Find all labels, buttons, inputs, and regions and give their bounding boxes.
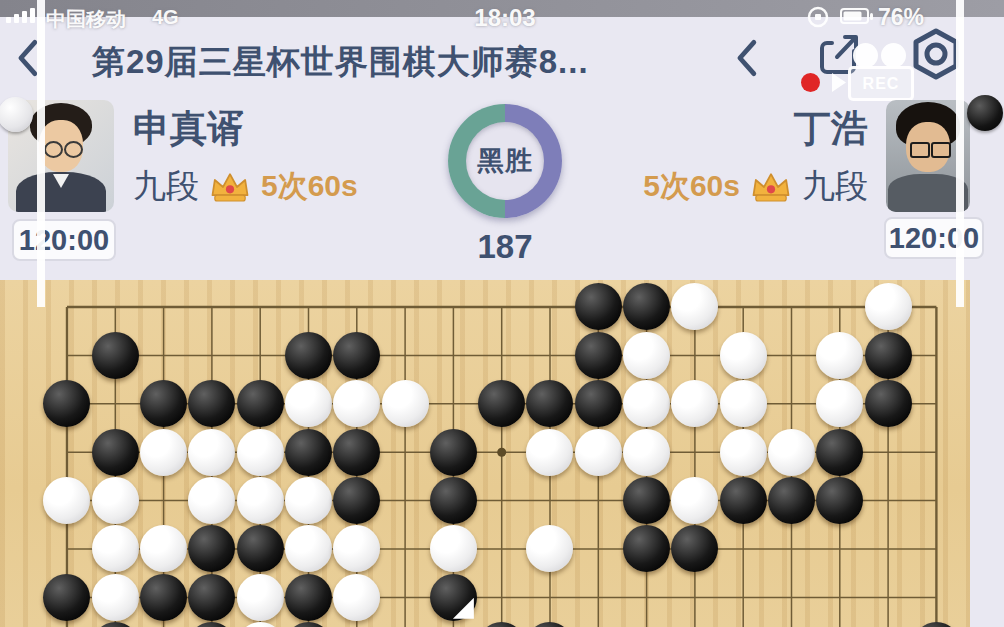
white-stone-r5c2 (92, 477, 139, 524)
last-move-marker (453, 598, 474, 619)
right-player-name: 丁浩 (668, 104, 868, 154)
right-player-timeouts: 5次60s (643, 166, 740, 207)
white-stone-r6c2 (92, 525, 139, 572)
left-player-rank: 九段 (133, 164, 199, 209)
black-stone-r4c9 (430, 429, 477, 476)
black-stone-r8c4 (188, 622, 235, 627)
white-stone-r4c15 (720, 429, 767, 476)
black-stone-r8c10 (478, 622, 525, 627)
left-player-timeouts: 5次60s (261, 166, 358, 207)
frame-line-left (37, 0, 45, 307)
black-stone-r6c5 (237, 525, 284, 572)
white-stone-r6c7 (333, 525, 380, 572)
right-player-clock: 120:00 (884, 217, 984, 259)
black-stone-r3c18 (865, 380, 912, 427)
signal-strength-icon (6, 8, 35, 23)
black-stone-r2c12 (575, 332, 622, 379)
black-stone-r2c7 (333, 332, 380, 379)
black-stone-r3c4 (188, 380, 235, 427)
frame-line-right (956, 0, 964, 307)
white-stone-r3c13 (623, 380, 670, 427)
network-label: 4G (152, 6, 179, 29)
white-stone-r3c8 (382, 380, 429, 427)
black-stone-r3c11 (526, 380, 573, 427)
black-stone-r1c13 (623, 283, 670, 330)
white-stone-r3c6 (285, 380, 332, 427)
black-stone-r6c4 (188, 525, 235, 572)
white-stone-r1c14 (671, 283, 718, 330)
white-stone-r5c14 (671, 477, 718, 524)
white-stone-r6c11 (526, 525, 573, 572)
white-stone-r5c5 (237, 477, 284, 524)
black-stone-r8c19 (913, 622, 960, 627)
white-stone-r3c15 (720, 380, 767, 427)
black-stone-r4c2 (92, 429, 139, 476)
white-stone-r3c14 (671, 380, 718, 427)
black-stone-r3c12 (575, 380, 622, 427)
page-title: 第29届三星杯世界围棋大师赛8... (92, 40, 589, 85)
black-stone-r5c17 (816, 477, 863, 524)
black-stone-r2c6 (285, 332, 332, 379)
white-stone-r2c15 (720, 332, 767, 379)
clock-time: 18:03 (430, 4, 580, 32)
black-stone-r6c14 (671, 525, 718, 572)
black-stone-r5c15 (720, 477, 767, 524)
black-stone-r8c6 (285, 622, 332, 627)
white-stone-r1c18 (865, 283, 912, 330)
white-stone-r5c4 (188, 477, 235, 524)
white-stone-r7c2 (92, 574, 139, 621)
stones-layer (43, 283, 961, 627)
collapse-chevron-icon[interactable] (731, 38, 761, 78)
black-stone-r5c13 (623, 477, 670, 524)
crown-icon (209, 169, 251, 205)
result-badge: 黑胜 (466, 122, 544, 200)
white-stone-r7c7 (333, 574, 380, 621)
go-board[interactable] (0, 280, 1004, 627)
white-stone-r4c16 (768, 429, 815, 476)
black-stone-r7c9 (430, 574, 477, 621)
white-stone-r4c3 (140, 429, 187, 476)
white-stone-r5c1 (43, 477, 90, 524)
white-stone-r6c9 (430, 525, 477, 572)
black-stone-r7c6 (285, 574, 332, 621)
winrate-ring: 黑胜 (448, 104, 562, 218)
black-stone-r4c7 (333, 429, 380, 476)
white-stone-r6c3 (140, 525, 187, 572)
black-stone-r4c17 (816, 429, 863, 476)
white-stone-r3c7 (333, 380, 380, 427)
white-stone-r4c11 (526, 429, 573, 476)
black-stone-r7c4 (188, 574, 235, 621)
camera-reel-icon (881, 43, 906, 68)
camera-reel-icon (853, 43, 878, 68)
black-stone-r6c13 (623, 525, 670, 572)
black-stone-r1c12 (575, 283, 622, 330)
black-stone-r3c5 (237, 380, 284, 427)
black-stone-r4c6 (285, 429, 332, 476)
white-stone-r4c4 (188, 429, 235, 476)
black-stone-r5c16 (768, 477, 815, 524)
black-stone-r5c9 (430, 477, 477, 524)
black-stone-r8c11 (526, 622, 573, 627)
black-stone-r3c3 (140, 380, 187, 427)
black-stone-r2c18 (865, 332, 912, 379)
white-stone-r6c6 (285, 525, 332, 572)
black-stone-r2c2 (92, 332, 139, 379)
move-count: 187 (448, 228, 562, 266)
crown-icon (750, 169, 792, 205)
black-stone-badge (967, 95, 1003, 131)
white-stone-r8c5 (237, 622, 284, 627)
white-stone-r2c17 (816, 332, 863, 379)
black-stone-r7c3 (140, 574, 187, 621)
black-stone-r7c1 (43, 574, 90, 621)
black-stone-r3c1 (43, 380, 90, 427)
white-stone-r4c5 (237, 429, 284, 476)
black-stone-r5c7 (333, 477, 380, 524)
left-player-clock: 120:00 (12, 219, 116, 261)
white-stone-r7c5 (237, 574, 284, 621)
left-player-name: 申真谞 (133, 104, 244, 154)
black-stone-r8c2 (92, 622, 139, 627)
white-stone-r4c12 (575, 429, 622, 476)
white-stone-r2c13 (623, 332, 670, 379)
white-stone-r4c13 (623, 429, 670, 476)
white-stone-r5c6 (285, 477, 332, 524)
carrier-label: 中国移动 (46, 6, 126, 33)
rotation-lock-icon (806, 5, 830, 29)
battery-icon (840, 8, 874, 26)
recording-indicator-dot (801, 73, 820, 92)
black-stone-r3c10 (478, 380, 525, 427)
white-stone-r3c17 (816, 380, 863, 427)
app-screen: 中国移动 4G 18:03 76% 第29届三星杯世界围棋大师赛8... REC (0, 0, 1004, 627)
right-player-rank: 九段 (802, 164, 868, 209)
rec-overlay: REC (848, 66, 914, 101)
